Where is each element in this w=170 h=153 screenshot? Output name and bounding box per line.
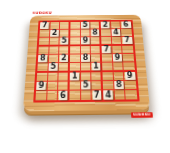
cell-r8c3[interactable] — [58, 82, 69, 91]
cell-r4c6[interactable] — [91, 46, 102, 54]
cell-r5c3[interactable]: 2 — [59, 55, 70, 64]
cell-r2c8[interactable]: 4 — [111, 29, 122, 37]
cell-r1c9[interactable]: 6 — [121, 21, 132, 29]
number-tile-7[interactable]: 7 — [102, 46, 111, 53]
cell-r4c2[interactable] — [49, 46, 60, 54]
number-tile-5[interactable]: 5 — [60, 38, 68, 45]
cell-r5c4[interactable] — [70, 54, 81, 63]
wooden-sudoku-board: 7526284597782895119958674 SUDOKU SUDOKU — [23, 15, 150, 112]
number-tile-2[interactable]: 2 — [59, 55, 67, 62]
cell-r9c8[interactable] — [114, 90, 126, 100]
cell-r2c6[interactable]: 8 — [91, 29, 101, 37]
cell-r1c7[interactable]: 2 — [101, 22, 111, 30]
cell-r9c3[interactable]: 6 — [58, 91, 69, 101]
cell-r3c4[interactable] — [70, 37, 80, 46]
number-tile-1[interactable]: 1 — [92, 63, 101, 70]
cell-r4c4[interactable] — [70, 46, 81, 54]
cell-r9c1[interactable] — [35, 91, 47, 101]
cell-r8c7[interactable] — [103, 81, 114, 90]
cell-r6c8[interactable] — [113, 62, 124, 72]
cell-r2c4[interactable] — [70, 30, 80, 38]
cell-r4c7[interactable]: 7 — [102, 46, 113, 54]
cell-r3c8[interactable] — [111, 37, 122, 46]
number-tile-7[interactable]: 7 — [40, 22, 49, 29]
product-photo: 7526284597782895119958674 SUDOKU SUDOKU — [0, 0, 170, 153]
number-tile-9[interactable]: 9 — [124, 72, 135, 80]
number-tile-8[interactable]: 8 — [81, 54, 90, 61]
cell-r6c6[interactable]: 1 — [91, 63, 102, 73]
cell-r5c8[interactable]: 9 — [112, 54, 123, 63]
cell-r2c2[interactable]: 2 — [50, 30, 61, 38]
cell-r8c5[interactable]: 5 — [81, 81, 92, 90]
cell-r3c5[interactable]: 9 — [81, 37, 91, 46]
cell-r9c7[interactable]: 4 — [103, 90, 115, 100]
cell-r7c9[interactable]: 9 — [124, 72, 136, 81]
number-tile-6[interactable]: 6 — [58, 91, 67, 100]
cell-r1c4[interactable] — [70, 22, 80, 30]
number-tile-6[interactable]: 6 — [121, 22, 131, 29]
cell-r5c5[interactable]: 8 — [81, 54, 92, 63]
cell-r7c7[interactable] — [102, 72, 113, 81]
number-tile-1[interactable]: 1 — [70, 73, 79, 81]
cell-r8c6[interactable] — [92, 81, 103, 90]
cell-r9c2[interactable] — [47, 91, 59, 101]
number-tile-5[interactable]: 5 — [81, 81, 91, 89]
number-tile-4[interactable]: 4 — [103, 90, 113, 99]
number-tile-9[interactable]: 9 — [113, 54, 123, 61]
number-tile-9[interactable]: 9 — [36, 82, 46, 90]
cell-r8c9[interactable] — [125, 81, 137, 90]
brand-label-top: SUDOKU — [32, 11, 52, 14]
cell-r5c9[interactable] — [123, 54, 134, 63]
cell-r8c8[interactable]: 8 — [114, 81, 126, 90]
cell-r8c4[interactable] — [70, 81, 81, 90]
cell-r1c1[interactable]: 7 — [40, 22, 51, 30]
cell-r6c2[interactable]: 5 — [48, 63, 59, 73]
cell-r9c9[interactable] — [125, 90, 137, 100]
cell-r6c5[interactable] — [81, 63, 92, 73]
sudoku-grid: 7526284597782895119958674 — [33, 20, 139, 103]
cell-r7c2[interactable] — [48, 73, 59, 82]
number-tile-4[interactable]: 4 — [111, 29, 120, 36]
cell-r3c9[interactable]: 7 — [122, 37, 133, 46]
cell-r5c7[interactable] — [102, 54, 113, 63]
cell-r3c3[interactable]: 5 — [60, 37, 71, 46]
cell-r7c3[interactable] — [59, 73, 70, 82]
number-tile-7[interactable]: 7 — [92, 91, 101, 100]
cell-r9c4[interactable] — [69, 91, 80, 101]
number-tile-5[interactable]: 5 — [81, 22, 90, 29]
cell-r3c1[interactable] — [39, 38, 50, 47]
cell-r3c2[interactable] — [49, 38, 60, 47]
cell-r8c1[interactable]: 9 — [36, 82, 48, 91]
cell-r6c7[interactable] — [102, 63, 113, 73]
cell-r6c1[interactable] — [37, 63, 48, 73]
number-tile-7[interactable]: 7 — [122, 37, 132, 44]
cell-r8c2[interactable] — [47, 82, 58, 91]
number-tile-9[interactable]: 9 — [81, 37, 90, 44]
cell-r9c5[interactable] — [81, 90, 92, 100]
cell-r2c1[interactable] — [39, 30, 50, 38]
cell-r9c6[interactable]: 7 — [92, 90, 104, 100]
cell-r4c9[interactable] — [122, 46, 133, 54]
cell-r1c5[interactable]: 5 — [81, 22, 91, 30]
cell-r7c4[interactable]: 1 — [70, 72, 81, 81]
brand-label-bottom: SUDOKU — [131, 112, 153, 118]
number-tile-5[interactable]: 5 — [48, 63, 58, 70]
number-tile-8[interactable]: 8 — [91, 29, 99, 36]
cell-r5c1[interactable]: 8 — [38, 55, 49, 64]
cell-r1c3[interactable] — [60, 22, 70, 30]
cell-r2c7[interactable] — [101, 29, 112, 37]
number-tile-8[interactable]: 8 — [38, 55, 48, 62]
number-tile-8[interactable]: 8 — [114, 81, 124, 89]
cell-r3c6[interactable] — [91, 37, 102, 46]
cell-r7c6[interactable] — [92, 72, 103, 81]
number-tile-2[interactable]: 2 — [101, 22, 110, 29]
number-tile-2[interactable]: 2 — [50, 30, 59, 37]
cell-r6c3[interactable] — [59, 63, 70, 73]
